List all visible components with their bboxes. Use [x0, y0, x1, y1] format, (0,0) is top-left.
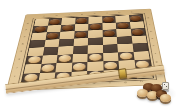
dark-checker[interactable] — [47, 33, 59, 39]
coordinate-label: 3 — [18, 58, 21, 60]
dark-checker[interactable] — [103, 17, 114, 23]
photo-scene: abcdefgh abcdefgh 87654321 87654321 — [0, 0, 180, 111]
coordinate-label: 3 — [154, 53, 157, 55]
dark-checker[interactable] — [49, 19, 60, 25]
light-checker[interactable] — [28, 56, 41, 63]
coordinate-label: 8 — [147, 17, 149, 19]
dark-checker[interactable] — [34, 26, 46, 32]
dark-checker[interactable] — [104, 30, 115, 36]
coordinate-label: 7 — [25, 29, 27, 31]
brass-clasp — [118, 68, 127, 79]
coordinate-label: h — [140, 80, 143, 82]
coordinate-label: f — [109, 82, 110, 84]
coordinate-label: 2 — [155, 61, 158, 63]
coordinate-label: 1 — [13, 75, 16, 77]
coordinate-label: 4 — [20, 51, 23, 53]
light-checker[interactable] — [58, 55, 71, 62]
coordinate-label: f — [106, 13, 107, 14]
dark-checker[interactable] — [117, 23, 128, 29]
coordinate-label: 4 — [152, 45, 155, 47]
light-checker[interactable] — [41, 64, 54, 71]
coordinate-label: c — [68, 14, 70, 16]
dark-checker[interactable] — [75, 31, 86, 37]
coordinate-label: 8 — [27, 23, 29, 25]
die[interactable] — [162, 82, 169, 90]
coordinate-label: g — [124, 81, 127, 83]
coordinate-label: 2 — [16, 67, 19, 69]
dark-checker[interactable] — [76, 18, 87, 24]
light-checker[interactable] — [89, 54, 101, 61]
coordinate-label: g — [118, 12, 120, 14]
die-pip — [166, 86, 167, 87]
coordinate-label: d — [81, 14, 83, 16]
coordinate-label: 5 — [21, 43, 24, 45]
coordinate-label: e — [94, 13, 96, 15]
dark-checker[interactable] — [132, 29, 144, 35]
dark-checker[interactable] — [62, 25, 73, 31]
coordinate-label: b — [56, 15, 58, 17]
coordinate-label: h — [131, 11, 133, 13]
light-checker[interactable] — [105, 62, 118, 69]
spare-light-checker[interactable] — [160, 94, 171, 102]
coordinate-label: 6 — [150, 31, 152, 33]
die-pip — [164, 84, 165, 85]
dark-checker[interactable] — [130, 15, 141, 21]
light-checker[interactable] — [120, 53, 133, 60]
coordinate-label: 5 — [151, 38, 153, 40]
coordinate-label: 7 — [148, 24, 150, 26]
coordinate-label: a — [43, 15, 45, 17]
coordinate-label: 6 — [23, 36, 25, 38]
light-checker[interactable] — [73, 63, 86, 70]
dark-checker[interactable] — [90, 24, 101, 30]
